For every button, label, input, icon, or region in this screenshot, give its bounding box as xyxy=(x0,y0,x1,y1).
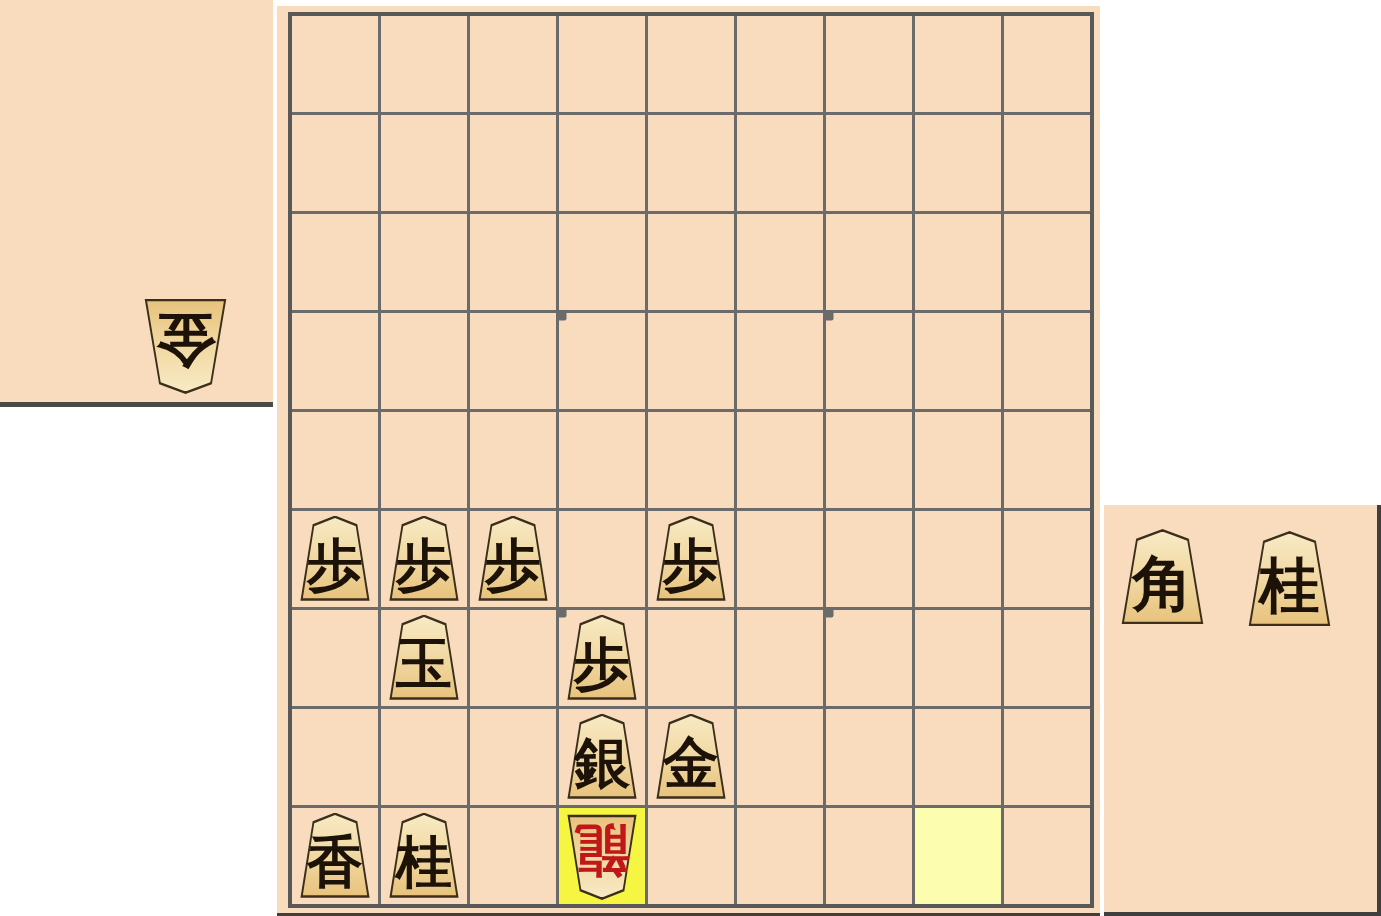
shogi-app: 金 歩歩歩歩玉歩銀金香桂龍 角桂 xyxy=(0,0,1381,916)
square-78[interactable] xyxy=(470,709,556,805)
square-19[interactable] xyxy=(1004,808,1090,904)
square-53[interactable] xyxy=(648,214,734,310)
square-64[interactable] xyxy=(559,313,645,409)
piece-kanji: 歩 xyxy=(396,525,452,593)
piece-bishop[interactable]: 角 xyxy=(1120,529,1205,626)
piece-kanji: 歩 xyxy=(574,624,630,692)
square-48[interactable] xyxy=(737,709,823,805)
piece-gold[interactable]: 金 xyxy=(143,297,228,394)
piece-knight-89[interactable]: 桂 xyxy=(388,813,460,900)
square-22[interactable] xyxy=(915,115,1001,211)
square-37[interactable] xyxy=(826,610,912,706)
square-32[interactable] xyxy=(826,115,912,211)
white-hand-tray: 金 xyxy=(0,0,273,407)
star-point xyxy=(557,311,566,320)
piece-gold-58[interactable]: 金 xyxy=(655,714,727,801)
square-57[interactable] xyxy=(648,610,734,706)
square-87[interactable]: 玉 xyxy=(381,610,467,706)
square-88[interactable] xyxy=(381,709,467,805)
piece-kanji: 龍 xyxy=(574,822,630,890)
square-25[interactable] xyxy=(915,412,1001,508)
square-34[interactable] xyxy=(826,313,912,409)
piece-kanji: 歩 xyxy=(485,525,541,593)
square-17[interactable] xyxy=(1004,610,1090,706)
square-73[interactable] xyxy=(470,214,556,310)
square-24[interactable] xyxy=(915,313,1001,409)
square-43[interactable] xyxy=(737,214,823,310)
square-58[interactable]: 金 xyxy=(648,709,734,805)
square-67[interactable]: 歩 xyxy=(559,610,645,706)
square-45[interactable] xyxy=(737,412,823,508)
square-13[interactable] xyxy=(1004,214,1090,310)
piece-pawn-86[interactable]: 歩 xyxy=(388,516,460,603)
square-92[interactable] xyxy=(292,115,378,211)
piece-knight[interactable]: 桂 xyxy=(1247,531,1332,628)
square-35[interactable] xyxy=(826,412,912,508)
square-76[interactable]: 歩 xyxy=(470,511,556,607)
square-86[interactable]: 歩 xyxy=(381,511,467,607)
piece-kanji: 金 xyxy=(663,723,719,791)
piece-dragon-69[interactable]: 龍 xyxy=(566,813,638,900)
star-point xyxy=(824,311,833,320)
piece-kanji: 桂 xyxy=(396,822,452,890)
piece-kanji: 玉 xyxy=(396,624,452,692)
square-91[interactable] xyxy=(292,16,378,112)
square-62[interactable] xyxy=(559,115,645,211)
square-27[interactable] xyxy=(915,610,1001,706)
square-75[interactable] xyxy=(470,412,556,508)
piece-kanji: 歩 xyxy=(307,525,363,593)
square-95[interactable] xyxy=(292,412,378,508)
square-74[interactable] xyxy=(470,313,556,409)
square-59[interactable] xyxy=(648,808,734,904)
piece-kanji: 角 xyxy=(1133,542,1193,614)
piece-pawn-96[interactable]: 歩 xyxy=(299,516,371,603)
piece-pawn-67[interactable]: 歩 xyxy=(566,615,638,702)
square-65[interactable] xyxy=(559,412,645,508)
square-14[interactable] xyxy=(1004,313,1090,409)
square-79[interactable] xyxy=(470,808,556,904)
square-23[interactable] xyxy=(915,214,1001,310)
piece-silver-68[interactable]: 銀 xyxy=(566,714,638,801)
piece-kanji: 金 xyxy=(156,310,216,382)
square-66[interactable] xyxy=(559,511,645,607)
square-85[interactable] xyxy=(381,412,467,508)
star-point xyxy=(824,608,833,617)
square-36[interactable] xyxy=(826,511,912,607)
square-41[interactable] xyxy=(737,16,823,112)
piece-kanji: 香 xyxy=(307,822,363,890)
square-97[interactable] xyxy=(292,610,378,706)
shogi-board-panel: 歩歩歩歩玉歩銀金香桂龍 xyxy=(277,6,1100,916)
square-81[interactable] xyxy=(381,16,467,112)
piece-kanji: 桂 xyxy=(1260,544,1320,616)
square-52[interactable] xyxy=(648,115,734,211)
star-point xyxy=(557,608,566,617)
square-98[interactable] xyxy=(292,709,378,805)
square-38[interactable] xyxy=(826,709,912,805)
square-63[interactable] xyxy=(559,214,645,310)
shogi-board-grid: 歩歩歩歩玉歩銀金香桂龍 xyxy=(288,12,1094,908)
square-29[interactable] xyxy=(915,808,1001,904)
square-83[interactable] xyxy=(381,214,467,310)
square-93[interactable] xyxy=(292,214,378,310)
square-21[interactable] xyxy=(915,16,1001,112)
square-94[interactable] xyxy=(292,313,378,409)
piece-kanji: 歩 xyxy=(663,525,719,593)
square-16[interactable] xyxy=(1004,511,1090,607)
square-56[interactable]: 歩 xyxy=(648,511,734,607)
square-84[interactable] xyxy=(381,313,467,409)
square-68[interactable]: 銀 xyxy=(559,709,645,805)
square-99[interactable]: 香 xyxy=(292,808,378,904)
square-31[interactable] xyxy=(826,16,912,112)
square-51[interactable] xyxy=(648,16,734,112)
square-18[interactable] xyxy=(1004,709,1090,805)
square-96[interactable]: 歩 xyxy=(292,511,378,607)
piece-lance-99[interactable]: 香 xyxy=(299,813,371,900)
square-42[interactable] xyxy=(737,115,823,211)
piece-pawn-76[interactable]: 歩 xyxy=(477,516,549,603)
square-11[interactable] xyxy=(1004,16,1090,112)
square-15[interactable] xyxy=(1004,412,1090,508)
square-72[interactable] xyxy=(470,115,556,211)
square-71[interactable] xyxy=(470,16,556,112)
square-28[interactable] xyxy=(915,709,1001,805)
square-44[interactable] xyxy=(737,313,823,409)
square-77[interactable] xyxy=(470,610,556,706)
square-26[interactable] xyxy=(915,511,1001,607)
square-47[interactable] xyxy=(737,610,823,706)
square-33[interactable] xyxy=(826,214,912,310)
square-61[interactable] xyxy=(559,16,645,112)
square-89[interactable]: 桂 xyxy=(381,808,467,904)
piece-king-87[interactable]: 玉 xyxy=(388,615,460,702)
square-39[interactable] xyxy=(826,808,912,904)
piece-kanji: 銀 xyxy=(574,723,630,791)
square-69[interactable]: 龍 xyxy=(559,808,645,904)
square-82[interactable] xyxy=(381,115,467,211)
black-hand-tray: 角桂 xyxy=(1104,505,1381,916)
square-46[interactable] xyxy=(737,511,823,607)
square-49[interactable] xyxy=(737,808,823,904)
square-55[interactable] xyxy=(648,412,734,508)
square-54[interactable] xyxy=(648,313,734,409)
square-12[interactable] xyxy=(1004,115,1090,211)
piece-pawn-56[interactable]: 歩 xyxy=(655,516,727,603)
